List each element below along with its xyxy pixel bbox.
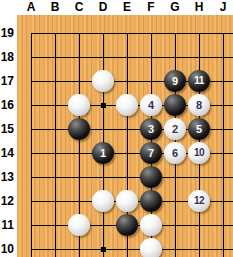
stone-white-H12-move-12[interactable]: 12 xyxy=(188,190,210,212)
stone-white-F10[interactable] xyxy=(140,238,162,257)
row-label-16: 16 xyxy=(0,97,14,113)
move-number: 11 xyxy=(194,76,204,86)
col-label-J: J xyxy=(213,0,233,15)
move-number: 1 xyxy=(100,148,106,159)
row-label-17: 17 xyxy=(0,73,14,89)
row-label-11: 11 xyxy=(0,217,14,233)
move-number: 10 xyxy=(194,148,204,158)
move-number: 2 xyxy=(172,124,178,135)
col-label-D: D xyxy=(93,0,113,15)
stone-black-F15-move-3[interactable]: 3 xyxy=(140,118,162,140)
col-label-B: B xyxy=(45,0,65,15)
col-label-C: C xyxy=(69,0,89,15)
stone-white-G15-move-2[interactable]: 2 xyxy=(164,118,186,140)
col-label-H: H xyxy=(189,0,209,15)
move-number: 4 xyxy=(148,100,154,111)
stone-black-G17-move-9[interactable]: 9 xyxy=(164,70,186,92)
col-label-F: F xyxy=(141,0,161,15)
row-label-12: 12 xyxy=(0,193,14,209)
move-number: 3 xyxy=(148,124,154,135)
stone-black-H15-move-5[interactable]: 5 xyxy=(188,118,210,140)
row-label-18: 18 xyxy=(0,49,14,65)
stone-black-E11[interactable] xyxy=(116,214,138,236)
stone-white-D17[interactable] xyxy=(92,70,114,92)
stone-white-D12[interactable] xyxy=(92,190,114,212)
col-label-E: E xyxy=(117,0,137,15)
stone-white-E16[interactable] xyxy=(116,94,138,116)
stone-black-H17-move-11[interactable]: 11 xyxy=(188,70,210,92)
stone-black-C15[interactable] xyxy=(68,118,90,140)
stone-black-F12[interactable] xyxy=(140,190,162,212)
move-number: 5 xyxy=(196,124,202,135)
move-number: 8 xyxy=(196,100,202,111)
stone-white-F16-move-4[interactable]: 4 xyxy=(140,94,162,116)
stone-white-H16-move-8[interactable]: 8 xyxy=(188,94,210,116)
stone-black-F13[interactable] xyxy=(140,166,162,188)
row-label-19: 19 xyxy=(0,25,14,41)
stone-white-E12[interactable] xyxy=(116,190,138,212)
stone-white-C11[interactable] xyxy=(68,214,90,236)
go-diagram: ABCDEFGHJ 19181716151413121110 911483251… xyxy=(0,0,233,257)
col-label-A: A xyxy=(21,0,41,15)
move-number: 9 xyxy=(172,76,178,87)
stone-black-F14-move-7[interactable]: 7 xyxy=(140,142,162,164)
row-label-10: 10 xyxy=(0,241,14,257)
stone-white-H14-move-10[interactable]: 10 xyxy=(188,142,210,164)
stone-white-F11[interactable] xyxy=(140,214,162,236)
stone-white-G14-move-6[interactable]: 6 xyxy=(164,142,186,164)
row-label-14: 14 xyxy=(0,145,14,161)
col-label-G: G xyxy=(165,0,185,15)
stone-white-C16[interactable] xyxy=(68,94,90,116)
stone-black-G16[interactable] xyxy=(164,94,186,116)
move-number: 7 xyxy=(148,148,154,159)
stone-black-D14-move-1[interactable]: 1 xyxy=(92,142,114,164)
row-label-13: 13 xyxy=(0,169,14,185)
row-label-15: 15 xyxy=(0,121,14,137)
move-number: 6 xyxy=(172,148,178,159)
board-grid[interactable]: 911483251761012 xyxy=(19,21,233,257)
move-number: 12 xyxy=(194,196,204,206)
